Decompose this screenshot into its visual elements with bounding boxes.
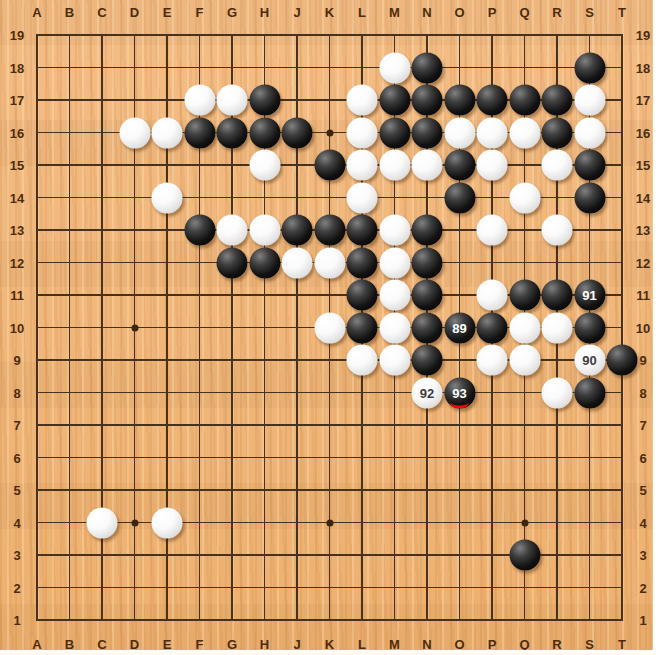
- star-point-Q4: [521, 519, 528, 526]
- column-label-top: H: [260, 5, 269, 20]
- row-label-right: 2: [639, 580, 646, 595]
- stone-S10[interactable]: [574, 312, 605, 343]
- stone-Q11[interactable]: [509, 280, 540, 311]
- stone-H12[interactable]: [249, 247, 280, 278]
- stone-L16[interactable]: [347, 117, 378, 148]
- stone-R10[interactable]: [542, 312, 573, 343]
- stone-G17[interactable]: [217, 85, 248, 116]
- stone-S11[interactable]: 91: [574, 280, 605, 311]
- stone-L12[interactable]: [347, 247, 378, 278]
- stone-N8[interactable]: 92: [412, 377, 443, 408]
- move-number: 90: [582, 354, 596, 367]
- stone-E14[interactable]: [152, 182, 183, 213]
- stone-K10[interactable]: [314, 312, 345, 343]
- stone-S8[interactable]: [574, 377, 605, 408]
- stone-R16[interactable]: [542, 117, 573, 148]
- stone-G16[interactable]: [217, 117, 248, 148]
- stone-T9[interactable]: [607, 345, 638, 376]
- column-label-bottom: S: [585, 637, 594, 651]
- row-label-left: 4: [13, 515, 20, 530]
- stone-C4[interactable]: [87, 507, 118, 538]
- column-label-bottom: D: [130, 637, 139, 651]
- row-label-left: 19: [10, 28, 24, 43]
- stone-S18[interactable]: [574, 52, 605, 83]
- row-label-left: 11: [10, 288, 24, 303]
- row-label-left: 3: [13, 548, 20, 563]
- stone-Q9[interactable]: [509, 345, 540, 376]
- stone-E4[interactable]: [152, 507, 183, 538]
- stone-K13[interactable]: [314, 215, 345, 246]
- column-label-bottom: M: [389, 637, 400, 651]
- move-number: 92: [420, 386, 434, 399]
- move-number: 91: [582, 289, 596, 302]
- row-label-left: 13: [10, 223, 24, 238]
- stone-Q16[interactable]: [509, 117, 540, 148]
- column-label-top: A: [32, 5, 41, 20]
- stone-R17[interactable]: [542, 85, 573, 116]
- stone-L13[interactable]: [347, 215, 378, 246]
- row-label-right: 7: [639, 418, 646, 433]
- row-label-left: 15: [10, 158, 24, 173]
- stone-J12[interactable]: [282, 247, 313, 278]
- column-label-bottom: O: [454, 637, 464, 651]
- grid-horizontal-line: [36, 457, 623, 459]
- column-label-bottom: F: [196, 637, 204, 651]
- row-label-right: 1: [639, 613, 646, 628]
- stone-Q3[interactable]: [509, 540, 540, 571]
- stone-Q14[interactable]: [509, 182, 540, 213]
- stone-R15[interactable]: [542, 150, 573, 181]
- column-label-bottom: L: [358, 637, 366, 651]
- column-label-bottom: C: [97, 637, 106, 651]
- column-label-top: G: [227, 5, 237, 20]
- row-label-right: 12: [636, 255, 650, 270]
- stone-P16[interactable]: [477, 117, 508, 148]
- stone-N12[interactable]: [412, 247, 443, 278]
- stone-N11[interactable]: [412, 280, 443, 311]
- stone-P13[interactable]: [477, 215, 508, 246]
- row-label-right: 9: [639, 353, 646, 368]
- stone-O17[interactable]: [444, 85, 475, 116]
- column-label-top: N: [422, 5, 431, 20]
- row-label-right: 10: [636, 320, 650, 335]
- column-label-top: T: [618, 5, 626, 20]
- grid-vertical-line: [621, 34, 623, 621]
- column-label-top: Q: [519, 5, 529, 20]
- go-board[interactable]: AABBCCDDEEFFGGHHJJKKLLMMNNOOPPQQRRSSTT19…: [0, 0, 653, 650]
- stone-M16[interactable]: [379, 117, 410, 148]
- stone-F17[interactable]: [184, 85, 215, 116]
- row-label-left: 7: [13, 418, 20, 433]
- stone-L11[interactable]: [347, 280, 378, 311]
- stone-F13[interactable]: [184, 215, 215, 246]
- stone-M13[interactable]: [379, 215, 410, 246]
- stone-M12[interactable]: [379, 247, 410, 278]
- row-label-left: 17: [10, 93, 24, 108]
- column-label-top: P: [488, 5, 497, 20]
- stone-N15[interactable]: [412, 150, 443, 181]
- stone-N10[interactable]: [412, 312, 443, 343]
- stone-R8[interactable]: [542, 377, 573, 408]
- column-label-top: B: [65, 5, 74, 20]
- row-label-right: 11: [636, 288, 650, 303]
- row-label-right: 4: [639, 515, 646, 530]
- stone-L9[interactable]: [347, 345, 378, 376]
- stone-H15[interactable]: [249, 150, 280, 181]
- stone-H17[interactable]: [249, 85, 280, 116]
- stone-M10[interactable]: [379, 312, 410, 343]
- stone-M17[interactable]: [379, 85, 410, 116]
- stone-M9[interactable]: [379, 345, 410, 376]
- stone-F16[interactable]: [184, 117, 215, 148]
- column-label-top: E: [163, 5, 172, 20]
- stone-P17[interactable]: [477, 85, 508, 116]
- stone-O15[interactable]: [444, 150, 475, 181]
- row-label-right: 13: [636, 223, 650, 238]
- column-label-bottom: P: [488, 637, 497, 651]
- stone-S15[interactable]: [574, 150, 605, 181]
- stone-S14[interactable]: [574, 182, 605, 213]
- stone-J16[interactable]: [282, 117, 313, 148]
- row-label-left: 2: [13, 580, 20, 595]
- star-point-K16: [326, 129, 333, 136]
- stone-L15[interactable]: [347, 150, 378, 181]
- stone-R13[interactable]: [542, 215, 573, 246]
- grid-horizontal-line: [36, 424, 623, 426]
- stone-L10[interactable]: [347, 312, 378, 343]
- stone-O8[interactable]: 93: [444, 377, 475, 408]
- stone-P9[interactable]: [477, 345, 508, 376]
- stone-O10[interactable]: 89: [444, 312, 475, 343]
- star-point-K4: [326, 519, 333, 526]
- stone-M11[interactable]: [379, 280, 410, 311]
- column-label-top: L: [358, 5, 366, 20]
- stone-N18[interactable]: [412, 52, 443, 83]
- column-label-bottom: A: [32, 637, 41, 651]
- move-number: 93: [452, 386, 466, 399]
- row-label-right: 14: [636, 190, 650, 205]
- stone-D16[interactable]: [119, 117, 150, 148]
- grid-horizontal-line: [36, 587, 623, 589]
- row-label-right: 19: [636, 28, 650, 43]
- row-label-left: 9: [13, 353, 20, 368]
- stone-P11[interactable]: [477, 280, 508, 311]
- column-label-top: O: [454, 5, 464, 20]
- stone-K12[interactable]: [314, 247, 345, 278]
- row-label-right: 3: [639, 548, 646, 563]
- row-label-left: 14: [10, 190, 24, 205]
- column-label-bottom: Q: [519, 637, 529, 651]
- star-point-D10: [131, 324, 138, 331]
- row-label-left: 1: [13, 613, 20, 628]
- column-label-top: M: [389, 5, 400, 20]
- stone-M15[interactable]: [379, 150, 410, 181]
- stone-Q17[interactable]: [509, 85, 540, 116]
- grid-horizontal-line: [36, 619, 623, 621]
- stone-K15[interactable]: [314, 150, 345, 181]
- column-label-bottom: E: [163, 637, 172, 651]
- stone-G13[interactable]: [217, 215, 248, 246]
- row-label-left: 18: [10, 60, 24, 75]
- column-label-top: S: [585, 5, 594, 20]
- stone-M18[interactable]: [379, 52, 410, 83]
- column-label-bottom: H: [260, 637, 269, 651]
- row-label-right: 16: [636, 125, 650, 140]
- column-label-top: J: [293, 5, 300, 20]
- row-label-right: 15: [636, 158, 650, 173]
- column-label-top: K: [325, 5, 334, 20]
- stone-N17[interactable]: [412, 85, 443, 116]
- row-label-right: 8: [639, 385, 646, 400]
- stone-O16[interactable]: [444, 117, 475, 148]
- column-label-bottom: K: [325, 637, 334, 651]
- row-label-left: 8: [13, 385, 20, 400]
- move-number: 89: [452, 321, 466, 334]
- stone-L14[interactable]: [347, 182, 378, 213]
- stone-S17[interactable]: [574, 85, 605, 116]
- row-label-left: 12: [10, 255, 24, 270]
- stone-H13[interactable]: [249, 215, 280, 246]
- star-point-D4: [131, 519, 138, 526]
- column-label-bottom: R: [552, 637, 561, 651]
- stone-Q10[interactable]: [509, 312, 540, 343]
- stone-G12[interactable]: [217, 247, 248, 278]
- stone-J13[interactable]: [282, 215, 313, 246]
- stone-O14[interactable]: [444, 182, 475, 213]
- column-label-bottom: T: [618, 637, 626, 651]
- stone-S9[interactable]: 90: [574, 345, 605, 376]
- stone-P15[interactable]: [477, 150, 508, 181]
- row-label-left: 10: [10, 320, 24, 335]
- stone-S16[interactable]: [574, 117, 605, 148]
- column-label-top: D: [130, 5, 139, 20]
- column-label-bottom: B: [65, 637, 74, 651]
- stone-N16[interactable]: [412, 117, 443, 148]
- row-label-left: 16: [10, 125, 24, 140]
- row-label-left: 6: [13, 450, 20, 465]
- stone-R11[interactable]: [542, 280, 573, 311]
- row-label-right: 5: [639, 483, 646, 498]
- grid-horizontal-line: [36, 489, 623, 491]
- column-label-bottom: J: [293, 637, 300, 651]
- stone-H16[interactable]: [249, 117, 280, 148]
- stone-N13[interactable]: [412, 215, 443, 246]
- row-label-right: 17: [636, 93, 650, 108]
- stone-P10[interactable]: [477, 312, 508, 343]
- row-label-right: 18: [636, 60, 650, 75]
- stone-L17[interactable]: [347, 85, 378, 116]
- stone-N9[interactable]: [412, 345, 443, 376]
- column-label-bottom: G: [227, 637, 237, 651]
- column-label-top: R: [552, 5, 561, 20]
- column-label-bottom: N: [422, 637, 431, 651]
- column-label-top: F: [196, 5, 204, 20]
- grid-horizontal-line: [36, 392, 623, 394]
- column-label-top: C: [97, 5, 106, 20]
- row-label-left: 5: [13, 483, 20, 498]
- stone-E16[interactable]: [152, 117, 183, 148]
- row-label-right: 6: [639, 450, 646, 465]
